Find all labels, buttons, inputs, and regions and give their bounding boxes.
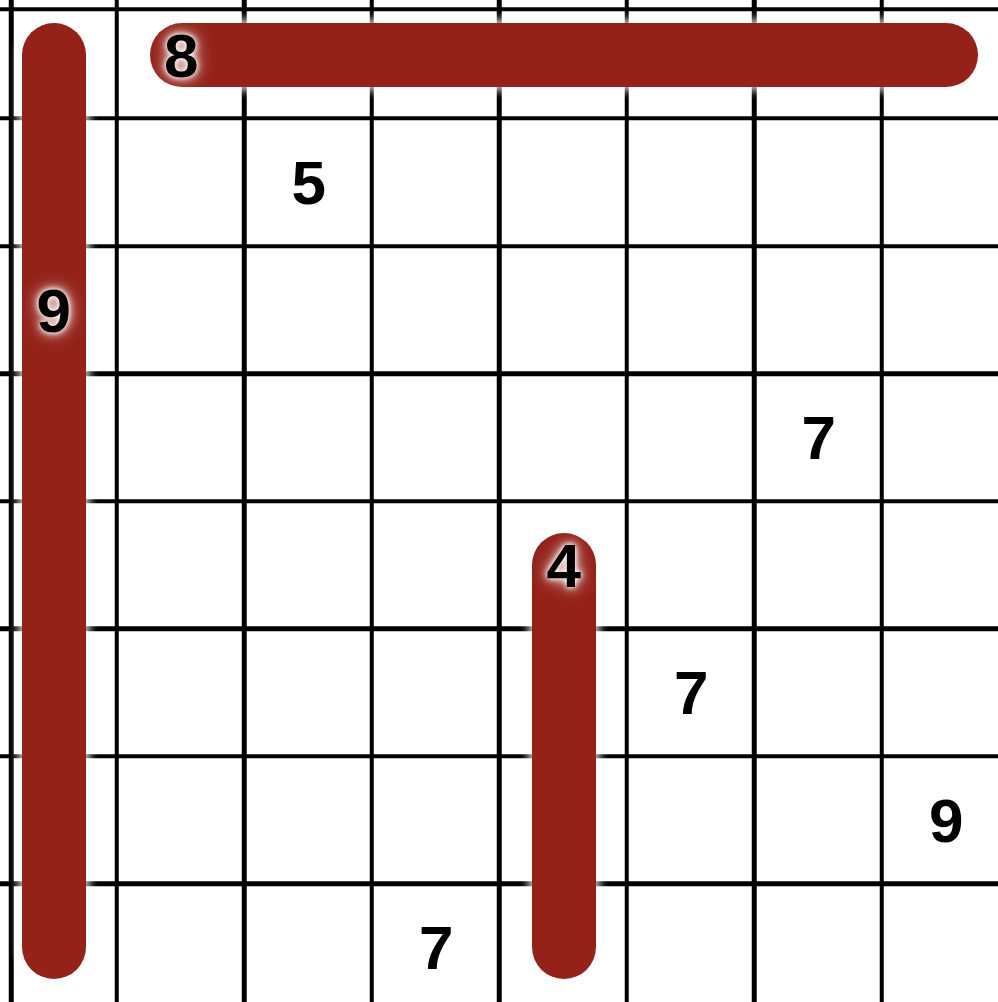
bar-9-vertical[interactable] [22,23,86,979]
grid-lines [0,0,998,1002]
clue-4-r4c4[interactable]: 4 [547,535,581,597]
clue-5-r1c2[interactable]: 5 [292,152,326,214]
clue-7-r3c6[interactable]: 7 [802,407,836,469]
puzzle-board[interactable]: 85974797 [0,0,998,1002]
clue-9-r2c0[interactable]: 9 [37,280,71,342]
clue-8-r0c1[interactable]: 8 [164,25,198,87]
bar-4-vertical[interactable] [532,533,596,979]
clue-7-r5c5[interactable]: 7 [674,662,708,724]
clue-7-r7c3[interactable]: 7 [419,917,453,979]
clue-9-r6c7[interactable]: 9 [929,790,963,852]
bar-8-horizontal[interactable] [150,23,979,87]
